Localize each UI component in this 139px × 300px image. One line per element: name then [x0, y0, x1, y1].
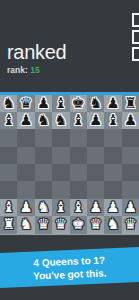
rank-row: rank: 15: [7, 66, 40, 75]
board-square-d5[interactable]: [52, 147, 69, 164]
chess-piece-white-b: ♝: [2, 199, 15, 216]
board-square-c2[interactable]: ♞: [35, 199, 52, 216]
board-square-b3[interactable]: [17, 181, 34, 198]
board-square-a2[interactable]: ♝: [0, 199, 17, 216]
board-square-g5[interactable]: [104, 147, 121, 164]
menu-rect-3: [132, 47, 139, 61]
board-square-h6[interactable]: [122, 129, 139, 146]
chess-piece-black-n: ♞: [89, 94, 102, 111]
chess-piece-white-q: ♛: [124, 216, 137, 233]
chess-piece-white-b: ♝: [72, 199, 85, 216]
chess-piece-black-b: ♝: [107, 112, 120, 129]
chess-piece-black-b: ♝: [2, 112, 15, 129]
board-square-c7[interactable]: ♞: [35, 112, 52, 129]
menu-rect-2: [132, 30, 139, 44]
board-square-g7[interactable]: ♝: [104, 112, 121, 129]
board-square-g4[interactable]: [104, 164, 121, 181]
board-square-e2[interactable]: ♝: [70, 199, 87, 216]
board-square-e7[interactable]: ♝: [70, 112, 87, 129]
board-square-a5[interactable]: [0, 147, 17, 164]
chess-board: ♞♛♟♝♚♞♟♜♝♟♞♞♝♟♝♟♝♟♞♝♝♟♟♟♜♞♛♛♚♛♞♛: [0, 95, 139, 235]
chess-piece-black-p: ♟: [107, 94, 120, 111]
chess-piece-black-b: ♝: [72, 112, 85, 129]
chess-piece-white-n: ♞: [20, 216, 33, 233]
board-square-c6[interactable]: [35, 129, 52, 146]
menu-rect-1: [132, 13, 139, 27]
board-square-a4[interactable]: [0, 164, 17, 181]
board-square-h7[interactable]: ♟: [122, 112, 139, 129]
board-square-c3[interactable]: [35, 181, 52, 198]
board-square-c5[interactable]: [35, 147, 52, 164]
menu-icon[interactable]: [132, 13, 139, 64]
board-square-b8[interactable]: ♛: [17, 95, 34, 112]
chess-piece-black-p: ♟: [20, 112, 33, 129]
chess-piece-black-p: ♟: [37, 94, 50, 111]
rank-value: 15: [30, 65, 39, 75]
message-banner: 4 Queens to 1? You've got this.: [0, 247, 139, 289]
board-square-a6[interactable]: [0, 129, 17, 146]
board-square-e3[interactable]: [70, 181, 87, 198]
board-square-b1[interactable]: ♞: [17, 216, 34, 233]
chess-piece-white-p: ♟: [107, 199, 120, 216]
chess-piece-white-k: ♚: [72, 216, 85, 233]
chess-piece-white-n: ♞: [37, 199, 50, 216]
chess-piece-white-p: ♟: [89, 199, 102, 216]
board-square-e5[interactable]: [70, 147, 87, 164]
board-square-b5[interactable]: [17, 147, 34, 164]
chess-piece-white-q: ♛: [54, 216, 67, 233]
board-square-b4[interactable]: [17, 164, 34, 181]
chess-piece-white-q: ♛: [37, 216, 50, 233]
board-square-d6[interactable]: [52, 129, 69, 146]
board-square-h8[interactable]: ♜: [122, 95, 139, 112]
board-square-f3[interactable]: [87, 181, 104, 198]
board-square-f2[interactable]: ♟: [87, 199, 104, 216]
board-square-h4[interactable]: [122, 164, 139, 181]
chess-piece-white-n: ♞: [107, 216, 120, 233]
page-title: ranked: [7, 41, 66, 63]
chess-piece-black-p: ♟: [124, 112, 137, 129]
chess-piece-black-b: ♝: [54, 94, 67, 111]
board-square-a1[interactable]: ♜: [0, 216, 17, 233]
board-square-e6[interactable]: [70, 129, 87, 146]
board-square-h3[interactable]: [122, 181, 139, 198]
banner-line-2: You've got this.: [33, 266, 107, 282]
board-square-a7[interactable]: ♝: [0, 112, 17, 129]
chess-piece-black-p: ♟: [89, 112, 102, 129]
chess-piece-black-n: ♞: [54, 112, 67, 129]
board-square-g2[interactable]: ♟: [104, 199, 121, 216]
board-square-g6[interactable]: [104, 129, 121, 146]
chess-piece-white-q: ♛: [89, 216, 102, 233]
board-square-d8[interactable]: ♝: [52, 95, 69, 112]
board-square-c1[interactable]: ♛: [35, 216, 52, 233]
board-square-b6[interactable]: [17, 129, 34, 146]
chess-piece-white-p: ♟: [20, 199, 33, 216]
chess-piece-black-n: ♞: [37, 112, 50, 129]
chess-piece-black-r: ♜: [124, 94, 137, 111]
board-square-f5[interactable]: [87, 147, 104, 164]
rank-label: rank:: [7, 65, 28, 75]
chess-piece-white-p: ♟: [124, 199, 137, 216]
chess-piece-black-k: ♚: [72, 94, 85, 111]
board-square-g1[interactable]: ♞: [104, 216, 121, 233]
board-square-a3[interactable]: [0, 181, 17, 198]
board-square-e1[interactable]: ♚: [70, 216, 87, 233]
chess-piece-white-b: ♝: [54, 199, 67, 216]
board-square-g8[interactable]: ♟: [104, 95, 121, 112]
chess-piece-black-n: ♞: [2, 94, 15, 111]
chess-piece-white-r: ♜: [2, 216, 15, 233]
board-square-d4[interactable]: [52, 164, 69, 181]
board-square-f7[interactable]: ♟: [87, 112, 104, 129]
board-square-c4[interactable]: [35, 164, 52, 181]
board-square-h1[interactable]: ♛: [122, 216, 139, 233]
board-square-h2[interactable]: ♟: [122, 199, 139, 216]
board-square-b7[interactable]: ♟: [17, 112, 34, 129]
app-screen: ranked rank: 15 ♞♛♟♝♚♞♟♜♝♟♞♞♝♟♝♟♝♟♞♝♝♟♟♟…: [0, 0, 139, 300]
board-square-h5[interactable]: [122, 147, 139, 164]
board-square-g3[interactable]: [104, 181, 121, 198]
board-square-e8[interactable]: ♚: [70, 95, 87, 112]
board-square-d1[interactable]: ♛: [52, 216, 69, 233]
chess-piece-black-q: ♛: [20, 94, 33, 111]
board-square-d7[interactable]: ♞: [52, 112, 69, 129]
board-square-f1[interactable]: ♛: [87, 216, 104, 233]
board-square-c8[interactable]: ♟: [35, 95, 52, 112]
board-square-f4[interactable]: [87, 164, 104, 181]
board-square-f8[interactable]: ♞: [87, 95, 104, 112]
board-square-e4[interactable]: [70, 164, 87, 181]
board-square-d2[interactable]: ♝: [52, 199, 69, 216]
board-square-f6[interactable]: [87, 129, 104, 146]
board-square-b2[interactable]: ♟: [17, 199, 34, 216]
board-square-a8[interactable]: ♞: [0, 95, 17, 112]
board-square-d3[interactable]: [52, 181, 69, 198]
